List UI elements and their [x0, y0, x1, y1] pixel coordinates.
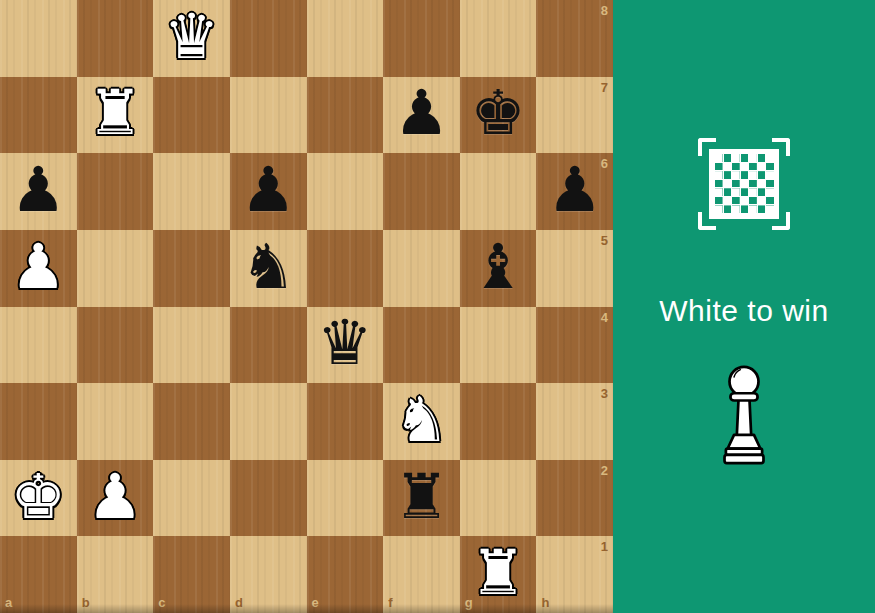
square-e6[interactable] [307, 153, 384, 230]
piece-white-rook[interactable]: ♜ [77, 77, 154, 154]
bracket-corner-icon [772, 138, 790, 156]
square-g3[interactable] [460, 383, 537, 460]
square-d5[interactable]: ♞ [230, 230, 307, 307]
square-c8[interactable]: ♛ [153, 0, 230, 77]
square-a8[interactable] [0, 0, 77, 77]
square-c1[interactable]: c [153, 536, 230, 613]
square-a3[interactable] [0, 383, 77, 460]
square-f2[interactable]: ♜ [383, 460, 460, 537]
bracket-corner-icon [698, 138, 716, 156]
square-g4[interactable] [460, 307, 537, 384]
square-g6[interactable] [460, 153, 537, 230]
square-e2[interactable] [307, 460, 384, 537]
square-c3[interactable] [153, 383, 230, 460]
rank-label-1: 1 [601, 540, 608, 553]
square-f7[interactable]: ♟ [383, 77, 460, 154]
file-label-a: a [5, 596, 12, 609]
square-b8[interactable] [77, 0, 154, 77]
square-b7[interactable]: ♜ [77, 77, 154, 154]
square-d6[interactable]: ♟ [230, 153, 307, 230]
piece-black-pawn[interactable]: ♟ [230, 153, 307, 230]
piece-white-pawn[interactable]: ♟ [77, 460, 154, 537]
file-label-f: f [388, 596, 392, 609]
square-h2[interactable]: 2 [536, 460, 613, 537]
square-b2[interactable]: ♟ [77, 460, 154, 537]
square-c2[interactable] [153, 460, 230, 537]
piece-black-pawn[interactable]: ♟ [383, 77, 460, 154]
square-a5[interactable]: ♟ [0, 230, 77, 307]
chess-board: ♛8♜♟♚7♟♟♟6♟♞♝5♛4♞3♚♟♜2abcdef♜gh1 [0, 0, 613, 613]
rank-label-7: 7 [601, 81, 608, 94]
square-g8[interactable] [460, 0, 537, 77]
piece-black-queen[interactable]: ♛ [307, 307, 384, 384]
square-b5[interactable] [77, 230, 154, 307]
rank-label-4: 4 [601, 311, 608, 324]
square-d3[interactable] [230, 383, 307, 460]
square-a4[interactable] [0, 307, 77, 384]
file-label-c: c [158, 596, 165, 609]
square-c4[interactable] [153, 307, 230, 384]
square-b3[interactable] [77, 383, 154, 460]
square-c6[interactable] [153, 153, 230, 230]
piece-white-king[interactable]: ♚ [0, 460, 77, 537]
square-h7[interactable]: 7 [536, 77, 613, 154]
square-f8[interactable] [383, 0, 460, 77]
puzzle-goal-text: White to win [659, 294, 828, 328]
square-h5[interactable]: 5 [536, 230, 613, 307]
piece-black-bishop[interactable]: ♝ [460, 230, 537, 307]
square-g5[interactable]: ♝ [460, 230, 537, 307]
square-e3[interactable] [307, 383, 384, 460]
square-a7[interactable] [0, 77, 77, 154]
piece-white-rook[interactable]: ♜ [460, 536, 537, 613]
square-d8[interactable] [230, 0, 307, 77]
piece-white-knight[interactable]: ♞ [383, 383, 460, 460]
square-h1[interactable]: h1 [536, 536, 613, 613]
chessboard-scan-icon [698, 138, 790, 230]
square-f5[interactable] [383, 230, 460, 307]
puzzle-panel: White to win [613, 0, 875, 613]
piece-black-rook[interactable]: ♜ [383, 460, 460, 537]
rank-label-5: 5 [601, 234, 608, 247]
file-label-e: e [312, 596, 319, 609]
square-g2[interactable] [460, 460, 537, 537]
bracket-corner-icon [698, 212, 716, 230]
square-f4[interactable] [383, 307, 460, 384]
square-h3[interactable]: 3 [536, 383, 613, 460]
square-g1[interactable]: ♜g [460, 536, 537, 613]
square-b6[interactable] [77, 153, 154, 230]
square-d2[interactable] [230, 460, 307, 537]
square-a1[interactable]: a [0, 536, 77, 613]
file-label-h: h [541, 596, 549, 609]
piece-black-knight[interactable]: ♞ [230, 230, 307, 307]
rank-label-2: 2 [601, 464, 608, 477]
piece-white-queen[interactable]: ♛ [153, 0, 230, 77]
square-h4[interactable]: 4 [536, 307, 613, 384]
square-a2[interactable]: ♚ [0, 460, 77, 537]
square-d1[interactable]: d [230, 536, 307, 613]
square-h8[interactable]: 8 [536, 0, 613, 77]
piece-white-pawn[interactable]: ♟ [0, 230, 77, 307]
file-label-d: d [235, 596, 243, 609]
rank-label-8: 8 [601, 4, 608, 17]
bracket-corner-icon [772, 212, 790, 230]
piece-black-pawn[interactable]: ♟ [0, 153, 77, 230]
chess-puzzle-app: ♛8♜♟♚7♟♟♟6♟♞♝5♛4♞3♚♟♜2abcdef♜gh1 White t… [0, 0, 875, 613]
rank-label-3: 3 [601, 387, 608, 400]
square-h6[interactable]: ♟6 [536, 153, 613, 230]
square-c5[interactable] [153, 230, 230, 307]
square-b1[interactable]: b [77, 536, 154, 613]
square-f3[interactable]: ♞ [383, 383, 460, 460]
square-d4[interactable] [230, 307, 307, 384]
square-b4[interactable] [77, 307, 154, 384]
square-e7[interactable] [307, 77, 384, 154]
piece-black-pawn[interactable]: ♟ [536, 153, 613, 230]
mini-chessboard-icon [709, 149, 779, 219]
square-e8[interactable] [307, 0, 384, 77]
square-f1[interactable]: f [383, 536, 460, 613]
square-a6[interactable]: ♟ [0, 153, 77, 230]
square-g7[interactable]: ♚ [460, 77, 537, 154]
square-f6[interactable] [383, 153, 460, 230]
square-e4[interactable]: ♛ [307, 307, 384, 384]
square-e1[interactable]: e [307, 536, 384, 613]
piece-black-king[interactable]: ♚ [460, 77, 537, 154]
file-label-b: b [82, 596, 90, 609]
square-c7[interactable] [153, 77, 230, 154]
white-pawn-icon [715, 362, 773, 468]
square-e5[interactable] [307, 230, 384, 307]
square-d7[interactable] [230, 77, 307, 154]
